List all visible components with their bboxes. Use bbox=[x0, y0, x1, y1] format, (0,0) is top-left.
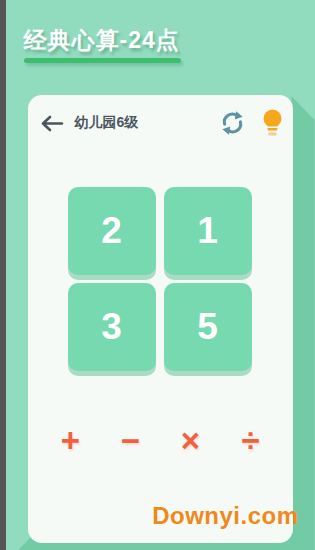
app-screen: 经典心算-24点 幼儿园6级 bbox=[6, 0, 315, 550]
page-title: 经典心算-24点 bbox=[24, 29, 180, 52]
refresh-icon bbox=[219, 109, 246, 137]
number-tile[interactable]: 2 bbox=[68, 187, 156, 275]
multiply-button[interactable]: × bbox=[163, 418, 219, 462]
operator-row: + − × ÷ bbox=[43, 418, 279, 462]
number-grid: 2 1 3 5 bbox=[68, 187, 252, 371]
minus-button[interactable]: − bbox=[103, 418, 159, 462]
number-tile[interactable]: 3 bbox=[68, 283, 156, 371]
refresh-button[interactable] bbox=[219, 109, 246, 137]
divide-button[interactable]: ÷ bbox=[223, 418, 279, 462]
number-tile[interactable]: 1 bbox=[164, 187, 252, 275]
plus-button[interactable]: + bbox=[43, 418, 99, 462]
title-underline bbox=[24, 58, 181, 63]
watermark: Downyi.com bbox=[152, 502, 298, 530]
hint-button[interactable] bbox=[261, 109, 284, 138]
back-button[interactable] bbox=[40, 115, 65, 132]
game-card: 幼儿园6级 bbox=[28, 95, 293, 543]
number-tile[interactable]: 5 bbox=[164, 283, 252, 371]
level-label: 幼儿园6级 bbox=[75, 114, 139, 132]
card-header: 幼儿园6级 bbox=[28, 107, 293, 139]
back-arrow-icon bbox=[40, 115, 65, 132]
lightbulb-icon bbox=[261, 109, 284, 138]
